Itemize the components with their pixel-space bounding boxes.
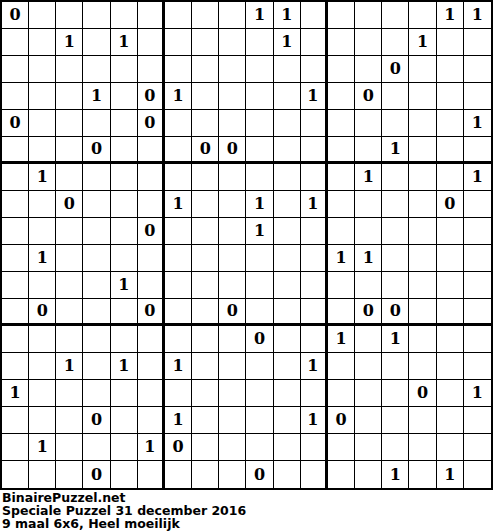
- cell-r5c12-empty[interactable]: [301, 110, 328, 137]
- cell-r7c5-empty[interactable]: [111, 164, 138, 191]
- cell-r3c4-empty[interactable]: [83, 56, 110, 83]
- cell-r12c3-empty[interactable]: [56, 299, 83, 326]
- cell-r16c18-empty[interactable]: [464, 407, 491, 434]
- cell-r7c18-given-1: 1: [464, 164, 491, 191]
- cell-r18c14-empty[interactable]: [355, 461, 382, 488]
- cell-r9c6-given-0: 0: [138, 218, 165, 245]
- cell-r12c1-empty[interactable]: [2, 299, 29, 326]
- cell-r16c10-empty[interactable]: [246, 407, 273, 434]
- cell-r10c6-empty[interactable]: [138, 245, 165, 272]
- cell-r8c15-empty[interactable]: [382, 191, 409, 218]
- cell-r13c18-empty[interactable]: [464, 326, 491, 353]
- cell-r15c14-empty[interactable]: [355, 380, 382, 407]
- cell-r9c5-empty[interactable]: [111, 218, 138, 245]
- cell-r18c11-empty[interactable]: [274, 461, 301, 488]
- cell-r9c2-empty[interactable]: [29, 218, 56, 245]
- cell-r4c2-empty[interactable]: [29, 83, 56, 110]
- cell-r5c3-empty[interactable]: [56, 110, 83, 137]
- cell-r10c11-empty[interactable]: [274, 245, 301, 272]
- cell-r13c2-empty[interactable]: [29, 326, 56, 353]
- cell-r10c7-empty[interactable]: [165, 245, 192, 272]
- cell-r1c16-empty[interactable]: [409, 2, 436, 29]
- cell-r16c17-empty[interactable]: [437, 407, 464, 434]
- cell-r7c3-empty[interactable]: [56, 164, 83, 191]
- cell-r15c8-empty[interactable]: [192, 380, 219, 407]
- cell-r11c4-empty[interactable]: [83, 272, 110, 299]
- cell-r17c5-empty[interactable]: [111, 434, 138, 461]
- cell-r10c9-empty[interactable]: [219, 245, 246, 272]
- cell-r7c15-empty[interactable]: [382, 164, 409, 191]
- cell-r10c18-empty[interactable]: [464, 245, 491, 272]
- cell-r15c3-empty[interactable]: [56, 380, 83, 407]
- cell-r10c14-given-1: 1: [355, 245, 382, 272]
- cell-r2c7-empty[interactable]: [165, 29, 192, 56]
- cell-r18c8-empty[interactable]: [192, 461, 219, 488]
- cell-r14c11-empty[interactable]: [274, 353, 301, 380]
- cell-r12c14-given-0: 0: [355, 299, 382, 326]
- cell-r4c17-empty[interactable]: [437, 83, 464, 110]
- cell-r3c7-empty[interactable]: [165, 56, 192, 83]
- cell-r13c9-empty[interactable]: [219, 326, 246, 353]
- puzzle-description: 9 maal 6x6, Heel moeilijk: [2, 517, 493, 530]
- cell-r12c9-given-0: 0: [219, 299, 246, 326]
- cell-r11c17-empty[interactable]: [437, 272, 464, 299]
- cell-r12c5-empty[interactable]: [111, 299, 138, 326]
- cell-r10c8-empty[interactable]: [192, 245, 219, 272]
- cell-r16c3-empty[interactable]: [56, 407, 83, 434]
- cell-r14c2-empty[interactable]: [29, 353, 56, 380]
- cell-r8c4-empty[interactable]: [83, 191, 110, 218]
- cell-r4c9-empty[interactable]: [219, 83, 246, 110]
- cell-r8c10-given-1: 1: [246, 191, 273, 218]
- cell-r3c12-empty[interactable]: [301, 56, 328, 83]
- cell-r1c2-empty[interactable]: [29, 2, 56, 29]
- cell-r15c10-empty[interactable]: [246, 380, 273, 407]
- cell-r15c11-empty[interactable]: [274, 380, 301, 407]
- cell-r10c1-empty[interactable]: [2, 245, 29, 272]
- cell-r5c9-empty[interactable]: [219, 110, 246, 137]
- cell-r12c6-given-0: 0: [138, 299, 165, 326]
- cell-r15c12-empty[interactable]: [301, 380, 328, 407]
- cell-r5c10-empty[interactable]: [246, 110, 273, 137]
- cell-r15c4-empty[interactable]: [83, 380, 110, 407]
- cell-r8c6-empty[interactable]: [138, 191, 165, 218]
- cell-r2c1-empty[interactable]: [2, 29, 29, 56]
- cell-r8c11-empty[interactable]: [274, 191, 301, 218]
- cell-r4c8-empty[interactable]: [192, 83, 219, 110]
- cell-r3c18-empty[interactable]: [464, 56, 491, 83]
- cell-r8c18-empty[interactable]: [464, 191, 491, 218]
- cell-r6c12-empty[interactable]: [301, 137, 328, 164]
- cell-r4c11-empty[interactable]: [274, 83, 301, 110]
- cell-r6c13-empty[interactable]: [328, 137, 355, 164]
- cell-r4c3-empty[interactable]: [56, 83, 83, 110]
- cell-r2c13-empty[interactable]: [328, 29, 355, 56]
- cell-r12c15-given-0: 0: [382, 299, 409, 326]
- cell-r9c16-empty[interactable]: [409, 218, 436, 245]
- cell-r13c3-empty[interactable]: [56, 326, 83, 353]
- cell-r14c1-empty[interactable]: [2, 353, 29, 380]
- cell-r9c1-empty[interactable]: [2, 218, 29, 245]
- cell-r8c17-given-0: 0: [437, 191, 464, 218]
- cell-r12c13-empty[interactable]: [328, 299, 355, 326]
- cell-r3c3-empty[interactable]: [56, 56, 83, 83]
- cell-r18c5-empty[interactable]: [111, 461, 138, 488]
- cell-r7c8-empty[interactable]: [192, 164, 219, 191]
- cell-r11c6-empty[interactable]: [138, 272, 165, 299]
- cell-r6c10-empty[interactable]: [246, 137, 273, 164]
- cell-r5c16-empty[interactable]: [409, 110, 436, 137]
- cell-r1c10-given-1: 1: [246, 2, 273, 29]
- cell-r5c15-empty[interactable]: [382, 110, 409, 137]
- cell-r8c8-empty[interactable]: [192, 191, 219, 218]
- cell-r16c13-given-0: 0: [328, 407, 355, 434]
- cell-r12c8-empty[interactable]: [192, 299, 219, 326]
- cell-r3c11-empty[interactable]: [274, 56, 301, 83]
- cell-r17c6-given-1: 1: [138, 434, 165, 461]
- cell-r10c17-empty[interactable]: [437, 245, 464, 272]
- cell-r1c17-given-1: 1: [437, 2, 464, 29]
- cell-r14c14-empty[interactable]: [355, 353, 382, 380]
- cell-r15c9-empty[interactable]: [219, 380, 246, 407]
- cell-r5c14-empty[interactable]: [355, 110, 382, 137]
- cell-r7c17-empty[interactable]: [437, 164, 464, 191]
- cell-r6c3-empty[interactable]: [56, 137, 83, 164]
- cell-r2c15-empty[interactable]: [382, 29, 409, 56]
- cell-r2c14-empty[interactable]: [355, 29, 382, 56]
- cell-r16c12-given-1: 1: [301, 407, 328, 434]
- cell-r10c2-given-1: 1: [29, 245, 56, 272]
- cell-r9c17-empty[interactable]: [437, 218, 464, 245]
- cell-r11c3-empty[interactable]: [56, 272, 83, 299]
- cell-r11c13-empty[interactable]: [328, 272, 355, 299]
- cell-r15c13-empty[interactable]: [328, 380, 355, 407]
- cell-r18c18-empty[interactable]: [464, 461, 491, 488]
- cell-r13c16-empty[interactable]: [409, 326, 436, 353]
- cell-r13c6-empty[interactable]: [138, 326, 165, 353]
- cell-r3c16-empty[interactable]: [409, 56, 436, 83]
- cell-r18c10-given-0: 0: [246, 461, 273, 488]
- cell-r11c9-empty[interactable]: [219, 272, 246, 299]
- cell-r1c18-given-1: 1: [464, 2, 491, 29]
- cell-r13c5-empty[interactable]: [111, 326, 138, 353]
- cell-r12c12-empty[interactable]: [301, 299, 328, 326]
- cell-r16c9-empty[interactable]: [219, 407, 246, 434]
- cell-r1c13-empty[interactable]: [328, 2, 355, 29]
- cell-r3c1-empty[interactable]: [2, 56, 29, 83]
- cell-r14c10-empty[interactable]: [246, 353, 273, 380]
- cell-r18c17-given-1: 1: [437, 461, 464, 488]
- cell-r18c4-given-0: 0: [83, 461, 110, 488]
- cell-r9c12-empty[interactable]: [301, 218, 328, 245]
- cell-r3c15-given-0: 0: [382, 56, 409, 83]
- cell-r8c13-empty[interactable]: [328, 191, 355, 218]
- cell-r12c17-empty[interactable]: [437, 299, 464, 326]
- cell-r5c5-empty[interactable]: [111, 110, 138, 137]
- cell-r6c5-empty[interactable]: [111, 137, 138, 164]
- cell-r18c3-empty[interactable]: [56, 461, 83, 488]
- cell-r9c18-empty[interactable]: [464, 218, 491, 245]
- cell-r16c6-empty[interactable]: [138, 407, 165, 434]
- cell-r1c7-empty[interactable]: [165, 2, 192, 29]
- cell-r15c7-empty[interactable]: [165, 380, 192, 407]
- cell-r14c6-empty[interactable]: [138, 353, 165, 380]
- cell-r2c9-empty[interactable]: [219, 29, 246, 56]
- cell-r4c15-empty[interactable]: [382, 83, 409, 110]
- cell-r6c17-empty[interactable]: [437, 137, 464, 164]
- cell-r3c14-empty[interactable]: [355, 56, 382, 83]
- cell-r6c1-empty[interactable]: [2, 137, 29, 164]
- cell-r1c12-empty[interactable]: [301, 2, 328, 29]
- cell-r6c18-empty[interactable]: [464, 137, 491, 164]
- cell-r1c8-empty[interactable]: [192, 2, 219, 29]
- cell-r16c8-empty[interactable]: [192, 407, 219, 434]
- cell-r14c15-empty[interactable]: [382, 353, 409, 380]
- cell-r8c5-empty[interactable]: [111, 191, 138, 218]
- cell-r9c15-empty[interactable]: [382, 218, 409, 245]
- cell-r3c2-empty[interactable]: [29, 56, 56, 83]
- cell-r11c2-empty[interactable]: [29, 272, 56, 299]
- cell-r13c11-empty[interactable]: [274, 326, 301, 353]
- cell-r13c14-empty[interactable]: [355, 326, 382, 353]
- cell-r6c7-empty[interactable]: [165, 137, 192, 164]
- cell-r15c2-empty[interactable]: [29, 380, 56, 407]
- cell-r6c8-given-0: 0: [192, 137, 219, 164]
- cell-r8c9-empty[interactable]: [219, 191, 246, 218]
- puzzle-footer: BinairePuzzel.net Speciale Puzzel 31 dec…: [0, 490, 493, 530]
- cell-r2c17-empty[interactable]: [437, 29, 464, 56]
- cell-r9c11-empty[interactable]: [274, 218, 301, 245]
- cell-r2c2-empty[interactable]: [29, 29, 56, 56]
- cell-r12c7-empty[interactable]: [165, 299, 192, 326]
- cell-r17c10-empty[interactable]: [246, 434, 273, 461]
- cell-r9c9-empty[interactable]: [219, 218, 246, 245]
- cell-r2c6-empty[interactable]: [138, 29, 165, 56]
- cell-r16c16-empty[interactable]: [409, 407, 436, 434]
- cell-r11c10-empty[interactable]: [246, 272, 273, 299]
- cell-r12c4-empty[interactable]: [83, 299, 110, 326]
- cell-r16c5-empty[interactable]: [111, 407, 138, 434]
- cell-r12c18-empty[interactable]: [464, 299, 491, 326]
- cell-r16c1-empty[interactable]: [2, 407, 29, 434]
- cell-r4c10-empty[interactable]: [246, 83, 273, 110]
- cell-r8c14-empty[interactable]: [355, 191, 382, 218]
- cell-r18c15-given-1: 1: [382, 461, 409, 488]
- cell-r11c18-empty[interactable]: [464, 272, 491, 299]
- cell-r4c6-given-0: 0: [138, 83, 165, 110]
- cell-r3c13-empty[interactable]: [328, 56, 355, 83]
- cell-r5c13-empty[interactable]: [328, 110, 355, 137]
- cell-r2c3-given-1: 1: [56, 29, 83, 56]
- cell-r6c15-given-1: 1: [382, 137, 409, 164]
- cell-r16c15-empty[interactable]: [382, 407, 409, 434]
- cell-r9c7-empty[interactable]: [165, 218, 192, 245]
- cell-r7c9-empty[interactable]: [219, 164, 246, 191]
- cell-r14c17-empty[interactable]: [437, 353, 464, 380]
- cell-r17c8-empty[interactable]: [192, 434, 219, 461]
- cell-r18c6-empty[interactable]: [138, 461, 165, 488]
- cell-r13c12-empty[interactable]: [301, 326, 328, 353]
- cell-r11c11-empty[interactable]: [274, 272, 301, 299]
- cell-r7c4-empty[interactable]: [83, 164, 110, 191]
- cell-r1c3-empty[interactable]: [56, 2, 83, 29]
- cell-r9c13-empty[interactable]: [328, 218, 355, 245]
- cell-r17c9-empty[interactable]: [219, 434, 246, 461]
- cell-r12c16-empty[interactable]: [409, 299, 436, 326]
- cell-r2c12-empty[interactable]: [301, 29, 328, 56]
- cell-r17c17-empty[interactable]: [437, 434, 464, 461]
- cell-r7c7-empty[interactable]: [165, 164, 192, 191]
- cell-r15c17-empty[interactable]: [437, 380, 464, 407]
- cell-r3c17-empty[interactable]: [437, 56, 464, 83]
- cell-r4c7-given-1: 1: [165, 83, 192, 110]
- cell-r10c15-empty[interactable]: [382, 245, 409, 272]
- cell-r1c4-empty[interactable]: [83, 2, 110, 29]
- cell-r11c8-empty[interactable]: [192, 272, 219, 299]
- cell-r16c14-empty[interactable]: [355, 407, 382, 434]
- cell-r7c16-empty[interactable]: [409, 164, 436, 191]
- cell-r1c1-given-0: 0: [2, 2, 29, 29]
- cell-r2c18-empty[interactable]: [464, 29, 491, 56]
- cell-r9c8-empty[interactable]: [192, 218, 219, 245]
- cell-r2c10-empty[interactable]: [246, 29, 273, 56]
- cell-r7c6-empty[interactable]: [138, 164, 165, 191]
- cell-r14c8-empty[interactable]: [192, 353, 219, 380]
- cell-r18c1-empty[interactable]: [2, 461, 29, 488]
- puzzle-board: 0111111110101100010001111011100111110000…: [0, 0, 493, 490]
- cell-r7c13-empty[interactable]: [328, 164, 355, 191]
- cell-r18c13-empty[interactable]: [328, 461, 355, 488]
- cell-r17c3-empty[interactable]: [56, 434, 83, 461]
- cell-r14c7-given-1: 1: [165, 353, 192, 380]
- cell-r2c5-given-1: 1: [111, 29, 138, 56]
- cell-r14c4-empty[interactable]: [83, 353, 110, 380]
- cell-r3c10-empty[interactable]: [246, 56, 273, 83]
- cell-r7c1-empty[interactable]: [2, 164, 29, 191]
- cell-r15c5-empty[interactable]: [111, 380, 138, 407]
- cell-r15c6-empty[interactable]: [138, 380, 165, 407]
- cell-r16c4-given-0: 0: [83, 407, 110, 434]
- cell-r13c15-given-1: 1: [382, 326, 409, 353]
- cell-r10c5-empty[interactable]: [111, 245, 138, 272]
- cell-r10c3-empty[interactable]: [56, 245, 83, 272]
- cell-r5c17-empty[interactable]: [437, 110, 464, 137]
- cell-r11c15-empty[interactable]: [382, 272, 409, 299]
- cell-r14c9-empty[interactable]: [219, 353, 246, 380]
- cell-r17c16-empty[interactable]: [409, 434, 436, 461]
- cell-r7c11-empty[interactable]: [274, 164, 301, 191]
- cell-r4c16-empty[interactable]: [409, 83, 436, 110]
- cell-r12c10-empty[interactable]: [246, 299, 273, 326]
- cell-r10c4-empty[interactable]: [83, 245, 110, 272]
- cell-r14c18-empty[interactable]: [464, 353, 491, 380]
- cell-r16c11-empty[interactable]: [274, 407, 301, 434]
- cell-r6c16-empty[interactable]: [409, 137, 436, 164]
- cell-r11c5-given-1: 1: [111, 272, 138, 299]
- cell-r8c2-empty[interactable]: [29, 191, 56, 218]
- cell-r17c15-empty[interactable]: [382, 434, 409, 461]
- cell-r17c11-empty[interactable]: [274, 434, 301, 461]
- cell-r9c4-empty[interactable]: [83, 218, 110, 245]
- cell-r17c1-empty[interactable]: [2, 434, 29, 461]
- cell-r10c16-empty[interactable]: [409, 245, 436, 272]
- cell-r14c16-empty[interactable]: [409, 353, 436, 380]
- cell-r11c14-empty[interactable]: [355, 272, 382, 299]
- cell-r10c10-empty[interactable]: [246, 245, 273, 272]
- cell-r1c5-empty[interactable]: [111, 2, 138, 29]
- cell-r18c12-empty[interactable]: [301, 461, 328, 488]
- cell-r17c13-empty[interactable]: [328, 434, 355, 461]
- cell-r4c13-empty[interactable]: [328, 83, 355, 110]
- cell-r6c11-empty[interactable]: [274, 137, 301, 164]
- cell-r3c6-empty[interactable]: [138, 56, 165, 83]
- cell-r11c16-empty[interactable]: [409, 272, 436, 299]
- cell-r17c12-empty[interactable]: [301, 434, 328, 461]
- cell-r17c4-empty[interactable]: [83, 434, 110, 461]
- cell-r3c5-empty[interactable]: [111, 56, 138, 83]
- cell-r18c7-empty[interactable]: [165, 461, 192, 488]
- cell-r11c12-empty[interactable]: [301, 272, 328, 299]
- cell-r4c12-given-1: 1: [301, 83, 328, 110]
- cell-r7c10-empty[interactable]: [246, 164, 273, 191]
- cell-r8c16-empty[interactable]: [409, 191, 436, 218]
- cell-r4c18-empty[interactable]: [464, 83, 491, 110]
- cell-r18c9-empty[interactable]: [219, 461, 246, 488]
- cell-r6c6-empty[interactable]: [138, 137, 165, 164]
- cell-r2c8-empty[interactable]: [192, 29, 219, 56]
- cell-r5c4-empty[interactable]: [83, 110, 110, 137]
- cell-r10c12-empty[interactable]: [301, 245, 328, 272]
- cell-r4c5-empty[interactable]: [111, 83, 138, 110]
- cell-r3c8-empty[interactable]: [192, 56, 219, 83]
- cell-r5c6-given-0: 0: [138, 110, 165, 137]
- cell-r6c14-empty[interactable]: [355, 137, 382, 164]
- cell-r9c3-empty[interactable]: [56, 218, 83, 245]
- cell-r14c13-empty[interactable]: [328, 353, 355, 380]
- cell-r1c9-empty[interactable]: [219, 2, 246, 29]
- cell-r1c14-empty[interactable]: [355, 2, 382, 29]
- cell-r3c9-empty[interactable]: [219, 56, 246, 83]
- cell-r6c2-empty[interactable]: [29, 137, 56, 164]
- cell-r18c2-empty[interactable]: [29, 461, 56, 488]
- cell-r5c7-empty[interactable]: [165, 110, 192, 137]
- cell-r13c17-empty[interactable]: [437, 326, 464, 353]
- cell-r13c4-empty[interactable]: [83, 326, 110, 353]
- cell-r17c14-empty[interactable]: [355, 434, 382, 461]
- cell-r9c14-empty[interactable]: [355, 218, 382, 245]
- cell-r5c2-empty[interactable]: [29, 110, 56, 137]
- cell-r11c7-empty[interactable]: [165, 272, 192, 299]
- cell-r13c8-empty[interactable]: [192, 326, 219, 353]
- cell-r2c4-empty[interactable]: [83, 29, 110, 56]
- cell-r12c11-empty[interactable]: [274, 299, 301, 326]
- cell-r4c1-empty[interactable]: [2, 83, 29, 110]
- cell-r5c11-empty[interactable]: [274, 110, 301, 137]
- cell-r1c6-empty[interactable]: [138, 2, 165, 29]
- cell-r15c15-empty[interactable]: [382, 380, 409, 407]
- cell-r1c15-empty[interactable]: [382, 2, 409, 29]
- cell-r8c1-empty[interactable]: [2, 191, 29, 218]
- cell-r11c1-empty[interactable]: [2, 272, 29, 299]
- cell-r18c16-empty[interactable]: [409, 461, 436, 488]
- cell-r13c7-empty[interactable]: [165, 326, 192, 353]
- cell-r13c1-empty[interactable]: [2, 326, 29, 353]
- cell-r16c2-empty[interactable]: [29, 407, 56, 434]
- cell-r13c10-given-0: 0: [246, 326, 273, 353]
- cell-r7c12-empty[interactable]: [301, 164, 328, 191]
- cell-r17c18-empty[interactable]: [464, 434, 491, 461]
- cell-r5c8-empty[interactable]: [192, 110, 219, 137]
